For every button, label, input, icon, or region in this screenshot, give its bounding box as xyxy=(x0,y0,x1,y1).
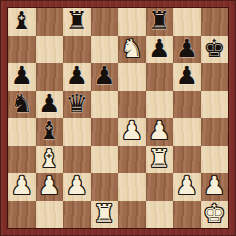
square-a8[interactable]: ♝ xyxy=(8,8,36,36)
chess-board: ♝♜♜♞♟♟♚♟♟♟♟♞♟♛♝♟♟♝♜♟♟♟♟♟♜♚ xyxy=(8,8,228,228)
white-bishop-piece[interactable]: ♝ xyxy=(38,146,60,172)
square-g8[interactable] xyxy=(173,8,201,36)
square-g2[interactable]: ♟ xyxy=(173,173,201,201)
square-d3[interactable] xyxy=(91,146,119,174)
square-c5[interactable]: ♛ xyxy=(63,91,91,119)
black-pawn-piece[interactable]: ♟ xyxy=(176,63,198,89)
square-d1[interactable]: ♜ xyxy=(91,201,119,229)
black-queen-piece[interactable]: ♛ xyxy=(66,91,88,117)
square-c4[interactable] xyxy=(63,118,91,146)
white-pawn-piece[interactable]: ♟ xyxy=(121,118,143,144)
black-king-piece[interactable]: ♚ xyxy=(203,36,225,62)
square-b1[interactable] xyxy=(36,201,64,229)
white-rook-piece[interactable]: ♜ xyxy=(93,201,115,227)
square-d8[interactable] xyxy=(91,8,119,36)
white-knight-piece[interactable]: ♞ xyxy=(121,36,143,62)
black-knight-piece[interactable]: ♞ xyxy=(11,91,33,117)
square-b4[interactable]: ♝ xyxy=(36,118,64,146)
black-pawn-piece[interactable]: ♟ xyxy=(11,63,33,89)
square-f4[interactable]: ♟ xyxy=(146,118,174,146)
white-pawn-piece[interactable]: ♟ xyxy=(66,173,88,199)
square-e3[interactable] xyxy=(118,146,146,174)
square-d7[interactable] xyxy=(91,36,119,64)
square-a4[interactable] xyxy=(8,118,36,146)
square-h1[interactable]: ♚ xyxy=(201,201,229,229)
square-f8[interactable]: ♜ xyxy=(146,8,174,36)
white-pawn-piece[interactable]: ♟ xyxy=(38,173,60,199)
square-a2[interactable]: ♟ xyxy=(8,173,36,201)
black-bishop-piece[interactable]: ♝ xyxy=(11,8,33,34)
square-d5[interactable] xyxy=(91,91,119,119)
square-a7[interactable] xyxy=(8,36,36,64)
white-pawn-piece[interactable]: ♟ xyxy=(176,173,198,199)
black-pawn-piece[interactable]: ♟ xyxy=(38,91,60,117)
square-g1[interactable] xyxy=(173,201,201,229)
board-frame: ♝♜♜♞♟♟♚♟♟♟♟♞♟♛♝♟♟♝♜♟♟♟♟♟♜♚ xyxy=(0,0,236,236)
square-b2[interactable]: ♟ xyxy=(36,173,64,201)
white-pawn-piece[interactable]: ♟ xyxy=(148,118,170,144)
white-king-piece[interactable]: ♚ xyxy=(203,201,225,227)
black-pawn-piece[interactable]: ♟ xyxy=(176,36,198,62)
square-g7[interactable]: ♟ xyxy=(173,36,201,64)
square-b7[interactable] xyxy=(36,36,64,64)
square-e1[interactable] xyxy=(118,201,146,229)
square-h4[interactable] xyxy=(201,118,229,146)
square-b5[interactable]: ♟ xyxy=(36,91,64,119)
square-f7[interactable]: ♟ xyxy=(146,36,174,64)
square-c1[interactable] xyxy=(63,201,91,229)
square-f3[interactable]: ♜ xyxy=(146,146,174,174)
chess-diagram: ♝♜♜♞♟♟♚♟♟♟♟♞♟♛♝♟♟♝♜♟♟♟♟♟♜♚ xyxy=(0,0,236,236)
square-f2[interactable] xyxy=(146,173,174,201)
white-pawn-piece[interactable]: ♟ xyxy=(11,173,33,199)
square-g3[interactable] xyxy=(173,146,201,174)
square-a3[interactable] xyxy=(8,146,36,174)
square-f5[interactable] xyxy=(146,91,174,119)
square-a1[interactable] xyxy=(8,201,36,229)
square-a6[interactable]: ♟ xyxy=(8,63,36,91)
square-b6[interactable] xyxy=(36,63,64,91)
white-rook-piece[interactable]: ♜ xyxy=(148,146,170,172)
square-g5[interactable] xyxy=(173,91,201,119)
black-pawn-piece[interactable]: ♟ xyxy=(93,63,115,89)
square-e2[interactable] xyxy=(118,173,146,201)
square-c7[interactable] xyxy=(63,36,91,64)
square-h7[interactable]: ♚ xyxy=(201,36,229,64)
black-rook-piece[interactable]: ♜ xyxy=(66,8,88,34)
square-g4[interactable] xyxy=(173,118,201,146)
square-b8[interactable] xyxy=(36,8,64,36)
white-pawn-piece[interactable]: ♟ xyxy=(203,173,225,199)
black-rook-piece[interactable]: ♜ xyxy=(148,8,170,34)
square-c3[interactable] xyxy=(63,146,91,174)
square-e8[interactable] xyxy=(118,8,146,36)
square-g6[interactable]: ♟ xyxy=(173,63,201,91)
square-e4[interactable]: ♟ xyxy=(118,118,146,146)
square-h3[interactable] xyxy=(201,146,229,174)
square-d2[interactable] xyxy=(91,173,119,201)
square-f6[interactable] xyxy=(146,63,174,91)
square-h8[interactable] xyxy=(201,8,229,36)
square-d4[interactable] xyxy=(91,118,119,146)
square-e5[interactable] xyxy=(118,91,146,119)
square-d6[interactable]: ♟ xyxy=(91,63,119,91)
square-h2[interactable]: ♟ xyxy=(201,173,229,201)
square-h6[interactable] xyxy=(201,63,229,91)
square-c6[interactable]: ♟ xyxy=(63,63,91,91)
black-pawn-piece[interactable]: ♟ xyxy=(66,63,88,89)
square-h5[interactable] xyxy=(201,91,229,119)
black-bishop-piece[interactable]: ♝ xyxy=(38,118,60,144)
square-c8[interactable]: ♜ xyxy=(63,8,91,36)
square-b3[interactable]: ♝ xyxy=(36,146,64,174)
square-a5[interactable]: ♞ xyxy=(8,91,36,119)
black-pawn-piece[interactable]: ♟ xyxy=(148,36,170,62)
square-e6[interactable] xyxy=(118,63,146,91)
square-f1[interactable] xyxy=(146,201,174,229)
square-e7[interactable]: ♞ xyxy=(118,36,146,64)
square-c2[interactable]: ♟ xyxy=(63,173,91,201)
